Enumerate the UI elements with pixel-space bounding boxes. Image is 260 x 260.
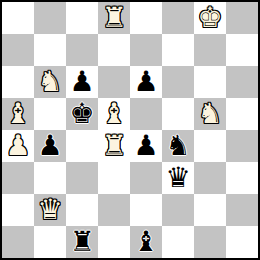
square-e5[interactable]: [130, 98, 162, 130]
square-e1[interactable]: ♝: [130, 226, 162, 258]
square-f3[interactable]: ♛: [162, 162, 194, 194]
square-g5[interactable]: ♞: [194, 98, 226, 130]
square-c7[interactable]: [66, 34, 98, 66]
square-e7[interactable]: [130, 34, 162, 66]
square-d1[interactable]: [98, 226, 130, 258]
square-e3[interactable]: [130, 162, 162, 194]
black-pawn-e4: ♟: [133, 130, 158, 162]
square-c3[interactable]: [66, 162, 98, 194]
square-a3[interactable]: [2, 162, 34, 194]
square-g8[interactable]: ♚: [194, 2, 226, 34]
square-h3[interactable]: [226, 162, 258, 194]
white-bishop-d5: ♝: [101, 98, 126, 130]
square-e6[interactable]: ♟: [130, 66, 162, 98]
square-a1[interactable]: [2, 226, 34, 258]
square-d7[interactable]: [98, 34, 130, 66]
square-b1[interactable]: [34, 226, 66, 258]
square-d4[interactable]: ♜: [98, 130, 130, 162]
square-d8[interactable]: ♜: [98, 2, 130, 34]
square-c8[interactable]: [66, 2, 98, 34]
square-f6[interactable]: [162, 66, 194, 98]
square-e2[interactable]: [130, 194, 162, 226]
square-f2[interactable]: [162, 194, 194, 226]
square-g1[interactable]: [194, 226, 226, 258]
black-knight-f4: ♞: [165, 130, 190, 162]
square-b2[interactable]: ♛: [34, 194, 66, 226]
square-g3[interactable]: [194, 162, 226, 194]
white-king-g8: ♚: [197, 2, 222, 34]
white-knight-b6: ♞: [37, 66, 62, 98]
square-f7[interactable]: [162, 34, 194, 66]
square-f4[interactable]: ♞: [162, 130, 194, 162]
square-b8[interactable]: [34, 2, 66, 34]
square-e4[interactable]: ♟: [130, 130, 162, 162]
square-h6[interactable]: [226, 66, 258, 98]
square-f1[interactable]: [162, 226, 194, 258]
square-b6[interactable]: ♞: [34, 66, 66, 98]
square-h1[interactable]: [226, 226, 258, 258]
black-rook-c1: ♜: [69, 226, 94, 258]
square-h2[interactable]: [226, 194, 258, 226]
black-queen-f3: ♛: [165, 162, 190, 194]
square-e8[interactable]: [130, 2, 162, 34]
square-b4[interactable]: ♟: [34, 130, 66, 162]
square-a7[interactable]: [2, 34, 34, 66]
square-b5[interactable]: [34, 98, 66, 130]
square-a6[interactable]: [2, 66, 34, 98]
square-g6[interactable]: [194, 66, 226, 98]
square-h7[interactable]: [226, 34, 258, 66]
white-rook-d4: ♜: [101, 130, 126, 162]
square-c6[interactable]: ♟: [66, 66, 98, 98]
black-king-c5: ♚: [69, 98, 94, 130]
white-pawn-a4: ♟: [5, 130, 30, 162]
square-h8[interactable]: [226, 2, 258, 34]
square-a4[interactable]: ♟: [2, 130, 34, 162]
square-d2[interactable]: [98, 194, 130, 226]
square-g7[interactable]: [194, 34, 226, 66]
black-pawn-c6: ♟: [69, 66, 94, 98]
square-f8[interactable]: [162, 2, 194, 34]
square-g4[interactable]: [194, 130, 226, 162]
chess-board: ♜♚♞♟♟♝♚♝♞♟♟♜♟♞♛♛♜♝: [0, 0, 260, 260]
square-b7[interactable]: [34, 34, 66, 66]
square-c2[interactable]: [66, 194, 98, 226]
square-c5[interactable]: ♚: [66, 98, 98, 130]
white-rook-d8: ♜: [101, 2, 126, 34]
square-c1[interactable]: ♜: [66, 226, 98, 258]
square-b3[interactable]: [34, 162, 66, 194]
square-h5[interactable]: [226, 98, 258, 130]
square-d3[interactable]: [98, 162, 130, 194]
square-a2[interactable]: [2, 194, 34, 226]
square-a8[interactable]: [2, 2, 34, 34]
white-queen-b2: ♛: [37, 194, 62, 226]
square-d5[interactable]: ♝: [98, 98, 130, 130]
square-c4[interactable]: [66, 130, 98, 162]
square-a5[interactable]: ♝: [2, 98, 34, 130]
square-d6[interactable]: [98, 66, 130, 98]
black-pawn-b4: ♟: [37, 130, 62, 162]
black-pawn-e6: ♟: [133, 66, 158, 98]
black-bishop-e1: ♝: [133, 226, 158, 258]
white-bishop-a5: ♝: [5, 98, 30, 130]
square-g2[interactable]: [194, 194, 226, 226]
square-h4[interactable]: [226, 130, 258, 162]
square-f5[interactable]: [162, 98, 194, 130]
white-knight-g5: ♞: [197, 98, 222, 130]
